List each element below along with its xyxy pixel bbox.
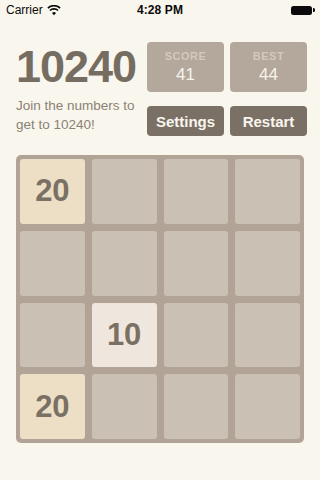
tile-20: 20 (20, 374, 85, 439)
empty-cell (92, 374, 157, 439)
game-board[interactable]: 201020 (16, 155, 304, 443)
status-bar-right (291, 0, 315, 20)
empty-cell (92, 231, 157, 296)
restart-button[interactable]: Restart (230, 106, 307, 136)
page-title: 10240 (16, 44, 136, 90)
empty-cell (164, 374, 229, 439)
subtitle: Join the numbers to get to 10240! (16, 97, 156, 134)
tile-20: 20 (20, 159, 85, 224)
best-label: BEST (253, 50, 284, 62)
status-bar: Carrier 4:28 PM (0, 0, 320, 20)
empty-cell (20, 231, 85, 296)
best-box: BEST 44 (230, 42, 307, 92)
score-box: SCORE 41 (147, 42, 224, 92)
app-screen: Carrier 4:28 PM 10240 SCORE 41 BEST 44 J… (0, 0, 320, 480)
clock: 4:28 PM (0, 0, 320, 20)
empty-cell (20, 303, 85, 368)
empty-cell (164, 231, 229, 296)
settings-button[interactable]: Settings (147, 106, 224, 136)
empty-cell (235, 231, 300, 296)
best-value: 44 (259, 65, 278, 85)
empty-cell (235, 303, 300, 368)
empty-cell (164, 159, 229, 224)
score-label: SCORE (165, 50, 207, 62)
empty-cell (235, 374, 300, 439)
score-value: 41 (176, 65, 195, 85)
empty-cell (235, 159, 300, 224)
empty-cell (164, 303, 229, 368)
battery-icon (291, 6, 315, 15)
tile-10: 10 (92, 303, 157, 368)
empty-cell (92, 159, 157, 224)
